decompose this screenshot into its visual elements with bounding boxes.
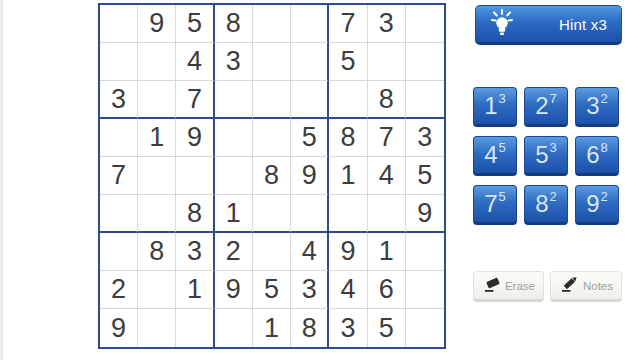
numpad-remaining-count: 2 — [550, 190, 557, 203]
cell-r4c3[interactable]: 9 — [176, 119, 214, 157]
cell-r6c7[interactable] — [329, 195, 367, 233]
cell-r1c6[interactable] — [291, 5, 329, 43]
numpad-remaining-count: 2 — [601, 92, 608, 105]
cell-r9c9[interactable] — [406, 309, 444, 347]
cell-r5c6[interactable]: 9 — [291, 157, 329, 195]
numpad-button-1[interactable]: 13 — [473, 87, 517, 127]
cell-r4c5[interactable] — [253, 119, 291, 157]
sudoku-board: 9587343537819587378914581983249121953469… — [98, 3, 446, 349]
cell-r8c9[interactable] — [406, 271, 444, 309]
cell-r6c4[interactable]: 1 — [215, 195, 253, 233]
cell-r1c7[interactable]: 7 — [329, 5, 367, 43]
numpad-remaining-count: 7 — [550, 92, 557, 105]
cell-r5c1[interactable]: 7 — [100, 157, 138, 195]
cell-r5c4[interactable] — [215, 157, 253, 195]
cell-r9c4[interactable] — [215, 309, 253, 347]
cell-r7c4[interactable]: 2 — [215, 233, 253, 271]
cell-r7c5[interactable] — [253, 233, 291, 271]
numpad-digit: 2 — [535, 94, 548, 118]
notes-button-label: Notes — [581, 280, 621, 292]
cell-r3c1[interactable]: 3 — [100, 81, 138, 119]
numpad-digit: 7 — [484, 192, 497, 216]
cell-r8c2[interactable] — [138, 271, 176, 309]
cell-r8c6[interactable]: 3 — [291, 271, 329, 309]
numpad-remaining-count: 2 — [601, 190, 608, 203]
cell-r9c6[interactable]: 8 — [291, 309, 329, 347]
cell-r6c8[interactable] — [368, 195, 406, 233]
number-pad: 132732455368758292 — [473, 87, 619, 225]
numpad-button-2[interactable]: 27 — [524, 87, 568, 127]
numpad-remaining-count: 8 — [601, 141, 608, 154]
cell-r4c7[interactable]: 8 — [329, 119, 367, 157]
cell-r2c3[interactable]: 4 — [176, 43, 214, 81]
cell-r2c7[interactable]: 5 — [329, 43, 367, 81]
cell-r7c6[interactable]: 4 — [291, 233, 329, 271]
numpad-button-6[interactable]: 68 — [575, 136, 619, 176]
cell-r2c1[interactable] — [100, 43, 138, 81]
cell-r1c8[interactable]: 3 — [368, 5, 406, 43]
cell-r1c4[interactable]: 8 — [215, 5, 253, 43]
cell-r9c1[interactable]: 9 — [100, 309, 138, 347]
numpad-button-9[interactable]: 92 — [575, 185, 619, 225]
numpad-button-3[interactable]: 32 — [575, 87, 619, 127]
cell-r6c1[interactable] — [100, 195, 138, 233]
numpad-button-8[interactable]: 82 — [524, 185, 568, 225]
cell-r3c6[interactable] — [291, 81, 329, 119]
cell-r8c4[interactable]: 9 — [215, 271, 253, 309]
erase-button-label: Erase — [504, 280, 543, 292]
cell-r3c3[interactable]: 7 — [176, 81, 214, 119]
cell-r7c7[interactable]: 9 — [329, 233, 367, 271]
cell-r8c7[interactable]: 4 — [329, 271, 367, 309]
cell-r1c3[interactable]: 5 — [176, 5, 214, 43]
cell-r4c6[interactable]: 5 — [291, 119, 329, 157]
cell-r6c5[interactable] — [253, 195, 291, 233]
cell-r3c2[interactable] — [138, 81, 176, 119]
cell-r9c7[interactable]: 3 — [329, 309, 367, 347]
cell-r2c4[interactable]: 3 — [215, 43, 253, 81]
cell-r7c1[interactable] — [100, 233, 138, 271]
cell-r8c3[interactable]: 1 — [176, 271, 214, 309]
hint-button[interactable]: Hint x3 — [475, 5, 622, 45]
numpad-button-7[interactable]: 75 — [473, 185, 517, 225]
cell-r5c3[interactable] — [176, 157, 214, 195]
cell-r5c7[interactable]: 1 — [329, 157, 367, 195]
numpad-remaining-count: 3 — [499, 92, 506, 105]
cell-r1c5[interactable] — [253, 5, 291, 43]
numpad-digit: 3 — [586, 94, 599, 118]
hint-button-label: Hint x3 — [516, 16, 621, 33]
erase-button[interactable]: Erase — [473, 271, 544, 302]
cell-r3c7[interactable] — [329, 81, 367, 119]
lightbulb-icon — [488, 9, 516, 39]
notes-button[interactable]: Notes — [550, 271, 622, 302]
cell-r5c8[interactable]: 4 — [368, 157, 406, 195]
cell-r1c2[interactable]: 9 — [138, 5, 176, 43]
cell-r5c2[interactable] — [138, 157, 176, 195]
cell-r6c3[interactable]: 8 — [176, 195, 214, 233]
cell-r7c9[interactable] — [406, 233, 444, 271]
cell-r2c5[interactable] — [253, 43, 291, 81]
cell-r5c9[interactable]: 5 — [406, 157, 444, 195]
numpad-remaining-count: 5 — [499, 141, 506, 154]
cell-r2c2[interactable] — [138, 43, 176, 81]
cell-r9c8[interactable]: 5 — [368, 309, 406, 347]
cell-r6c9[interactable]: 9 — [406, 195, 444, 233]
cell-r4c4[interactable] — [215, 119, 253, 157]
cell-r3c5[interactable] — [253, 81, 291, 119]
cell-r9c2[interactable] — [138, 309, 176, 347]
cell-r8c8[interactable]: 6 — [368, 271, 406, 309]
cell-r9c3[interactable] — [176, 309, 214, 347]
numpad-digit: 8 — [535, 192, 548, 216]
cell-r8c5[interactable]: 5 — [253, 271, 291, 309]
cell-r5c5[interactable]: 8 — [253, 157, 291, 195]
cell-r1c1[interactable] — [100, 5, 138, 43]
cell-r4c2[interactable]: 1 — [138, 119, 176, 157]
pencil-icon — [559, 277, 581, 294]
eraser-icon — [482, 277, 504, 294]
cell-r8c1[interactable]: 2 — [100, 271, 138, 309]
sudoku-app: 9587343537819587378914581983249121953469… — [0, 0, 640, 360]
cell-r1c9[interactable] — [406, 5, 444, 43]
cell-r2c9[interactable] — [406, 43, 444, 81]
cell-r9c5[interactable]: 1 — [253, 309, 291, 347]
numpad-remaining-count: 3 — [550, 141, 557, 154]
numpad-digit: 9 — [586, 192, 599, 216]
numpad-digit: 1 — [484, 94, 497, 118]
cell-r7c8[interactable]: 1 — [368, 233, 406, 271]
cell-r3c8[interactable]: 8 — [368, 81, 406, 119]
numpad-digit: 6 — [586, 143, 599, 167]
cell-r4c8[interactable]: 7 — [368, 119, 406, 157]
numpad-button-5[interactable]: 53 — [524, 136, 568, 176]
numpad-remaining-count: 5 — [499, 190, 506, 203]
cell-r3c9[interactable] — [406, 81, 444, 119]
numpad-digit: 4 — [484, 143, 497, 167]
cell-r7c2[interactable]: 8 — [138, 233, 176, 271]
cell-r7c3[interactable]: 3 — [176, 233, 214, 271]
cell-r2c6[interactable] — [291, 43, 329, 81]
cell-r3c4[interactable] — [215, 81, 253, 119]
left-edge-strip — [0, 0, 3, 360]
cell-r6c6[interactable] — [291, 195, 329, 233]
numpad-button-4[interactable]: 45 — [473, 136, 517, 176]
cell-r6c2[interactable] — [138, 195, 176, 233]
cell-r4c9[interactable]: 3 — [406, 119, 444, 157]
cell-r2c8[interactable] — [368, 43, 406, 81]
cell-r4c1[interactable] — [100, 119, 138, 157]
numpad-digit: 5 — [535, 143, 548, 167]
